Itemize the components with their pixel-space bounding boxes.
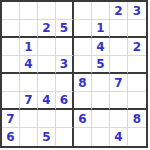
sudoku-cell-r7c8[interactable]: 8 [128,110,146,128]
sudoku-cell-r2c6[interactable]: 1 [92,20,110,38]
sudoku-cell-r4c8[interactable] [128,56,146,74]
sudoku-cell-r8c1[interactable]: 6 [2,128,20,146]
given-digit: 4 [114,131,122,143]
sudoku-cell-r4c6[interactable]: 5 [92,56,110,74]
sudoku-cell-r3c3[interactable] [38,38,56,56]
given-digit: 2 [133,41,141,53]
sudoku-cell-r2c1[interactable] [2,20,20,38]
sudoku-cell-r8c6[interactable] [92,128,110,146]
sudoku-cell-r4c1[interactable] [2,56,20,74]
sudoku-cell-r3c4[interactable] [56,38,74,56]
sudoku-cell-r2c8[interactable] [128,20,146,38]
sudoku-cell-r7c5[interactable]: 6 [74,110,92,128]
sudoku-cell-r4c5[interactable] [74,56,92,74]
given-digit: 6 [60,94,68,106]
sudoku-cell-r6c1[interactable] [2,92,20,110]
sudoku-cell-r6c7[interactable] [110,92,128,110]
sudoku-cell-r8c3[interactable]: 5 [38,128,56,146]
given-digit: 7 [114,77,122,89]
sudoku-cell-r1c2[interactable] [20,2,38,20]
given-digit: 3 [60,58,68,70]
given-digit: 4 [42,94,50,106]
sudoku-cell-r2c4[interactable]: 5 [56,20,74,38]
sudoku-cell-r6c5[interactable] [74,92,92,110]
sudoku-cell-r1c1[interactable] [2,2,20,20]
given-digit: 5 [42,131,50,143]
sudoku-cell-r1c3[interactable] [38,2,56,20]
sudoku-cell-r1c6[interactable] [92,2,110,20]
sudoku-cell-r1c7[interactable]: 2 [110,2,128,20]
sudoku-cell-r1c8[interactable]: 3 [128,2,146,20]
sudoku-cell-r4c4[interactable]: 3 [56,56,74,74]
sudoku-cell-r5c4[interactable] [56,74,74,92]
given-digit: 2 [114,5,122,17]
sudoku-cell-r4c7[interactable] [110,56,128,74]
given-digit: 8 [78,77,86,89]
sudoku-cell-r7c2[interactable] [20,110,38,128]
given-digit: 4 [24,58,32,70]
sudoku-cell-r2c2[interactable] [20,20,38,38]
sudoku-cell-r7c7[interactable] [110,110,128,128]
sudoku-cell-r2c3[interactable]: 2 [38,20,56,38]
given-digit: 3 [133,5,141,17]
sudoku-cell-r2c7[interactable] [110,20,128,38]
sudoku-cell-r5c2[interactable] [20,74,38,92]
given-digit: 8 [133,113,141,125]
sudoku-cell-r7c1[interactable]: 7 [2,110,20,128]
sudoku-cell-r2c5[interactable] [74,20,92,38]
sudoku-cell-r8c7[interactable]: 4 [110,128,128,146]
sudoku-cell-r7c3[interactable] [38,110,56,128]
sudoku-cell-r5c3[interactable] [38,74,56,92]
given-digit: 6 [6,131,14,143]
sudoku-cell-r6c2[interactable]: 7 [20,92,38,110]
sudoku-cell-r5c5[interactable]: 8 [74,74,92,92]
sudoku-cell-r8c8[interactable] [128,128,146,146]
sudoku-board: 2325114243587746768654 [0,0,148,148]
sudoku-cell-r8c2[interactable] [20,128,38,146]
given-digit: 6 [78,113,86,125]
sudoku-cell-r3c1[interactable] [2,38,20,56]
given-digit: 2 [42,22,50,34]
sudoku-cell-r5c7[interactable]: 7 [110,74,128,92]
sudoku-cell-r1c5[interactable] [74,2,92,20]
sudoku-cell-r8c4[interactable] [56,128,74,146]
given-digit: 4 [96,41,104,53]
sudoku-cell-r3c2[interactable]: 1 [20,38,38,56]
sudoku-cell-r6c8[interactable] [128,92,146,110]
sudoku-cell-r3c6[interactable]: 4 [92,38,110,56]
sudoku-cell-r1c4[interactable] [56,2,74,20]
sudoku-cell-r6c4[interactable]: 6 [56,92,74,110]
sudoku-cell-r3c5[interactable] [74,38,92,56]
sudoku-cell-r8c5[interactable] [74,128,92,146]
given-digit: 5 [60,22,68,34]
sudoku-cell-r5c1[interactable] [2,74,20,92]
sudoku-cell-r6c6[interactable] [92,92,110,110]
given-digit: 7 [24,94,32,106]
sudoku-cell-r6c3[interactable]: 4 [38,92,56,110]
given-digit: 1 [96,22,104,34]
sudoku-cell-r5c6[interactable] [92,74,110,92]
sudoku-cell-r4c3[interactable] [38,56,56,74]
sudoku-cell-r3c8[interactable]: 2 [128,38,146,56]
given-digit: 1 [24,41,32,53]
given-digit: 7 [6,113,14,125]
sudoku-cell-r4c2[interactable]: 4 [20,56,38,74]
sudoku-cell-r3c7[interactable] [110,38,128,56]
given-digit: 5 [96,58,104,70]
sudoku-cell-r5c8[interactable] [128,74,146,92]
sudoku-cell-r7c4[interactable] [56,110,74,128]
sudoku-cell-r7c6[interactable] [92,110,110,128]
